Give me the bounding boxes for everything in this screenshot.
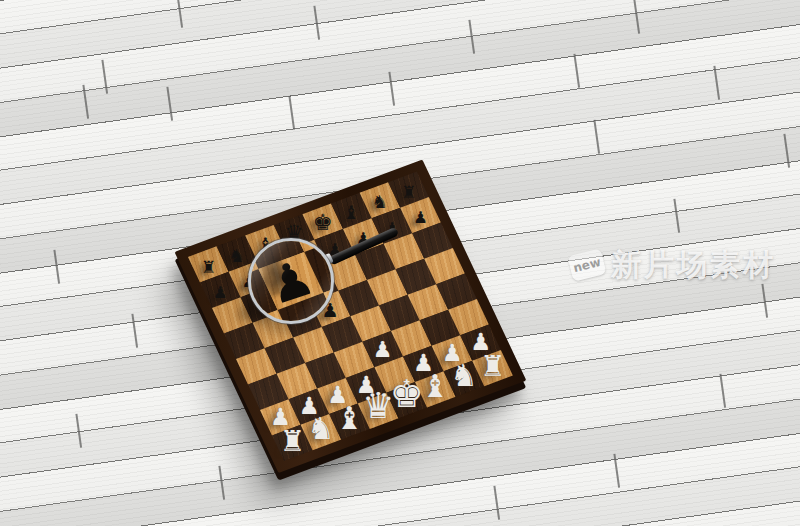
watermark-text: 新片场素材 [611,248,776,282]
magnifier-lens: ♟ [248,238,334,324]
watermark-logo-text: new [572,255,602,275]
watermark-logo: new [567,248,606,281]
watermark: new 新片场素材 [570,248,776,282]
lens-glare-icon [251,241,331,321]
